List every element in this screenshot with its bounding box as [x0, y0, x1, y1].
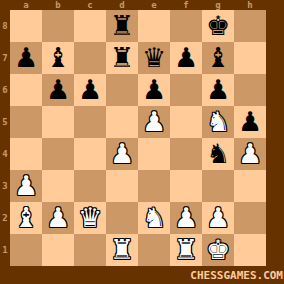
- square-h4[interactable]: ♟: [234, 138, 266, 170]
- square-g7[interactable]: ♝: [202, 42, 234, 74]
- square-d2[interactable]: [106, 202, 138, 234]
- square-c1[interactable]: [74, 234, 106, 266]
- white-knight-piece[interactable]: ♞: [206, 106, 230, 138]
- square-g8[interactable]: ♚: [202, 10, 234, 42]
- square-f3[interactable]: [170, 170, 202, 202]
- file-label-c: c: [74, 0, 106, 10]
- square-f6[interactable]: [170, 74, 202, 106]
- square-c4[interactable]: [74, 138, 106, 170]
- white-queen-piece[interactable]: ♛: [78, 202, 102, 234]
- square-e6[interactable]: ♟: [138, 74, 170, 106]
- square-h5[interactable]: ♟: [234, 106, 266, 138]
- black-pawn-piece[interactable]: ♟: [174, 42, 198, 74]
- white-rook-piece[interactable]: ♜: [174, 234, 198, 266]
- black-king-piece[interactable]: ♚: [206, 10, 230, 42]
- square-g6[interactable]: ♟: [202, 74, 234, 106]
- black-pawn-piece[interactable]: ♟: [206, 74, 230, 106]
- square-b6[interactable]: ♟: [42, 74, 74, 106]
- watermark-text: CHESSGAMES.COM: [190, 269, 283, 282]
- square-h3[interactable]: [234, 170, 266, 202]
- black-pawn-piece[interactable]: ♟: [46, 74, 70, 106]
- white-pawn-piece[interactable]: ♟: [238, 138, 262, 170]
- square-d5[interactable]: [106, 106, 138, 138]
- file-label-b: b: [42, 0, 74, 10]
- square-g2[interactable]: ♟: [202, 202, 234, 234]
- chess-diagram: abcdefgh 87654321 ♜♚♟♝♜♛♟♝♟♟♟♟♟♞♟♟♞♟♟♝♟♛…: [0, 0, 284, 284]
- square-f7[interactable]: ♟: [170, 42, 202, 74]
- square-h7[interactable]: [234, 42, 266, 74]
- file-label-d: d: [106, 0, 138, 10]
- rank-label-2: 2: [0, 202, 10, 234]
- white-pawn-piece[interactable]: ♟: [142, 106, 166, 138]
- square-g4[interactable]: ♞: [202, 138, 234, 170]
- square-a8[interactable]: [10, 10, 42, 42]
- file-label-a: a: [10, 0, 42, 10]
- square-d6[interactable]: [106, 74, 138, 106]
- square-c7[interactable]: [74, 42, 106, 74]
- file-label-g: g: [202, 0, 234, 10]
- black-knight-piece[interactable]: ♞: [206, 138, 230, 170]
- square-a5[interactable]: [10, 106, 42, 138]
- square-e4[interactable]: [138, 138, 170, 170]
- square-c3[interactable]: [74, 170, 106, 202]
- square-h6[interactable]: [234, 74, 266, 106]
- black-pawn-piece[interactable]: ♟: [142, 74, 166, 106]
- square-h8[interactable]: [234, 10, 266, 42]
- square-e2[interactable]: ♞: [138, 202, 170, 234]
- black-rook-piece[interactable]: ♜: [110, 10, 134, 42]
- black-bishop-piece[interactable]: ♝: [206, 42, 230, 74]
- square-b7[interactable]: ♝: [42, 42, 74, 74]
- black-rook-piece[interactable]: ♜: [110, 42, 134, 74]
- black-pawn-piece[interactable]: ♟: [78, 74, 102, 106]
- square-a4[interactable]: [10, 138, 42, 170]
- square-b3[interactable]: [42, 170, 74, 202]
- file-label-e: e: [138, 0, 170, 10]
- square-a6[interactable]: [10, 74, 42, 106]
- square-c2[interactable]: ♛: [74, 202, 106, 234]
- rank-labels: 87654321: [0, 10, 10, 266]
- square-c8[interactable]: [74, 10, 106, 42]
- square-e5[interactable]: ♟: [138, 106, 170, 138]
- square-a1[interactable]: [10, 234, 42, 266]
- rank-label-4: 4: [0, 138, 10, 170]
- square-g1[interactable]: ♚: [202, 234, 234, 266]
- rank-label-1: 1: [0, 234, 10, 266]
- square-d8[interactable]: ♜: [106, 10, 138, 42]
- white-bishop-piece[interactable]: ♝: [14, 202, 38, 234]
- square-a3[interactable]: ♟: [10, 170, 42, 202]
- file-labels: abcdefgh: [10, 0, 266, 10]
- square-g3[interactable]: [202, 170, 234, 202]
- black-pawn-piece[interactable]: ♟: [238, 106, 262, 138]
- square-a7[interactable]: ♟: [10, 42, 42, 74]
- square-b1[interactable]: [42, 234, 74, 266]
- white-pawn-piece[interactable]: ♟: [110, 138, 134, 170]
- chess-board: ♜♚♟♝♜♛♟♝♟♟♟♟♟♞♟♟♞♟♟♝♟♛♞♟♟♜♜♚: [10, 10, 266, 266]
- square-c5[interactable]: [74, 106, 106, 138]
- white-king-piece[interactable]: ♚: [206, 234, 230, 266]
- square-c6[interactable]: ♟: [74, 74, 106, 106]
- square-b2[interactable]: ♟: [42, 202, 74, 234]
- square-e8[interactable]: [138, 10, 170, 42]
- square-h1[interactable]: [234, 234, 266, 266]
- square-f1[interactable]: ♜: [170, 234, 202, 266]
- white-pawn-piece[interactable]: ♟: [46, 202, 70, 234]
- black-queen-piece[interactable]: ♛: [142, 42, 166, 74]
- square-e3[interactable]: [138, 170, 170, 202]
- square-b5[interactable]: [42, 106, 74, 138]
- file-label-f: f: [170, 0, 202, 10]
- rank-label-3: 3: [0, 170, 10, 202]
- square-f5[interactable]: [170, 106, 202, 138]
- square-e1[interactable]: [138, 234, 170, 266]
- square-d3[interactable]: [106, 170, 138, 202]
- rank-label-6: 6: [0, 74, 10, 106]
- square-d7[interactable]: ♜: [106, 42, 138, 74]
- square-b8[interactable]: [42, 10, 74, 42]
- white-knight-piece[interactable]: ♞: [142, 202, 166, 234]
- square-b4[interactable]: [42, 138, 74, 170]
- square-e7[interactable]: ♛: [138, 42, 170, 74]
- square-f8[interactable]: [170, 10, 202, 42]
- square-a2[interactable]: ♝: [10, 202, 42, 234]
- rank-label-5: 5: [0, 106, 10, 138]
- square-f2[interactable]: ♟: [170, 202, 202, 234]
- file-label-h: h: [234, 0, 266, 10]
- black-bishop-piece[interactable]: ♝: [46, 42, 70, 74]
- square-h2[interactable]: [234, 202, 266, 234]
- white-pawn-piece[interactable]: ♟: [174, 202, 198, 234]
- white-pawn-piece[interactable]: ♟: [14, 170, 38, 202]
- square-d4[interactable]: ♟: [106, 138, 138, 170]
- square-d1[interactable]: ♜: [106, 234, 138, 266]
- white-pawn-piece[interactable]: ♟: [206, 202, 230, 234]
- square-f4[interactable]: [170, 138, 202, 170]
- rank-label-7: 7: [0, 42, 10, 74]
- rank-label-8: 8: [0, 10, 10, 42]
- square-g5[interactable]: ♞: [202, 106, 234, 138]
- white-rook-piece[interactable]: ♜: [110, 234, 134, 266]
- black-pawn-piece[interactable]: ♟: [14, 42, 38, 74]
